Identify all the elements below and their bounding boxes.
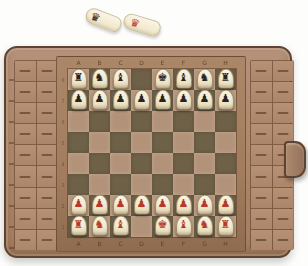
slot-notch — [256, 197, 267, 199]
red-pawn-f2[interactable]: ♟ — [176, 194, 192, 214]
square-f1[interactable]: ♝ — [173, 216, 194, 237]
square-g1[interactable]: ♞ — [194, 216, 215, 237]
storage-slot[interactable] — [251, 188, 272, 208]
square-a7[interactable]: ♟ — [68, 90, 89, 111]
storage-slot[interactable] — [273, 61, 294, 81]
storage-slot[interactable] — [15, 230, 36, 250]
slot-notch — [20, 133, 31, 135]
black-pawn-a7[interactable]: ♟ — [71, 89, 87, 109]
slot-notch — [41, 239, 52, 241]
bishop-icon: ♝ — [116, 219, 126, 230]
pawn-icon: ♟ — [221, 198, 231, 209]
pawn-icon: ♟ — [116, 198, 126, 209]
square-h2[interactable]: ♟ — [215, 195, 236, 216]
black-pawn-g7[interactable]: ♟ — [197, 89, 213, 109]
rank-label-2: 2 — [59, 203, 67, 209]
board-panel: ABCDEFGH 87654321 ♜♞♝♚♝♞♜♟♟♟♟♟♟♟♟♟♟♟♟♟♟♟… — [56, 56, 246, 252]
pawn-icon: ♟ — [158, 198, 168, 209]
storage-slot[interactable] — [15, 209, 36, 229]
red-king-e1[interactable]: ♚ — [155, 215, 171, 235]
square-c1[interactable]: ♝ — [110, 216, 131, 237]
slot-notch — [256, 154, 267, 156]
slot-notch — [41, 218, 52, 220]
rank-label-7: 7 — [59, 98, 67, 104]
storage-slot[interactable] — [273, 82, 294, 102]
square-g5[interactable] — [194, 132, 215, 153]
storage-slot[interactable] — [37, 103, 58, 123]
square-a4[interactable] — [68, 153, 89, 174]
file-label-c: C — [110, 239, 131, 249]
storage-slot[interactable] — [251, 124, 272, 144]
square-c4[interactable] — [110, 153, 131, 174]
slot-notch — [277, 133, 288, 135]
storage-slot[interactable] — [37, 124, 58, 144]
slot-notch — [20, 218, 31, 220]
file-label-d: D — [131, 58, 152, 68]
travel-chess-photo: ♛ ♛ ABCDEFGH 87654321 ♜♞♝♚♝♞♜♟♟♟♟♟♟♟♟♟♟♟… — [0, 0, 308, 266]
black-bishop-c8[interactable]: ♝ — [113, 68, 129, 88]
pawn-icon: ♟ — [74, 198, 84, 209]
square-g7[interactable]: ♟ — [194, 90, 215, 111]
slot-notch — [256, 176, 267, 178]
file-label-a: A — [68, 58, 89, 68]
square-e1[interactable]: ♚ — [152, 216, 173, 237]
square-d5[interactable] — [131, 132, 152, 153]
file-label-a: A — [68, 239, 89, 249]
storage-slot[interactable] — [37, 61, 58, 81]
square-f4[interactable] — [173, 153, 194, 174]
rook-icon: ♜ — [221, 72, 231, 83]
file-label-b: B — [89, 58, 110, 68]
slot-notch — [256, 239, 267, 241]
file-label-g: G — [194, 239, 215, 249]
square-b2[interactable]: ♟ — [89, 195, 110, 216]
pawn-icon: ♟ — [137, 93, 147, 104]
bishop-icon: ♝ — [179, 219, 189, 230]
storage-slot[interactable] — [15, 124, 36, 144]
slot-notch — [20, 154, 31, 156]
black-bishop-f8[interactable]: ♝ — [176, 68, 192, 88]
knight-icon: ♞ — [95, 72, 105, 83]
slot-notch — [256, 70, 267, 72]
off-board-red-queen[interactable]: ♛ — [121, 12, 162, 38]
slot-notch — [20, 70, 31, 72]
slot-notch — [20, 176, 31, 178]
square-b7[interactable]: ♟ — [89, 90, 110, 111]
square-h5[interactable] — [215, 132, 236, 153]
red-pawn-g2[interactable]: ♟ — [197, 194, 213, 214]
black-rook-a8[interactable]: ♜ — [71, 68, 87, 88]
square-d2[interactable]: ♟ — [131, 195, 152, 216]
slot-notch — [277, 91, 288, 93]
pawn-icon: ♟ — [74, 93, 84, 104]
square-e6[interactable] — [152, 111, 173, 132]
red-pawn-b2[interactable]: ♟ — [92, 194, 108, 214]
storage-slot[interactable] — [251, 230, 272, 250]
pawn-icon: ♟ — [95, 93, 105, 104]
pawn-icon: ♟ — [95, 198, 105, 209]
leather-case: ABCDEFGH 87654321 ♜♞♝♚♝♞♜♟♟♟♟♟♟♟♟♟♟♟♟♟♟♟… — [4, 46, 292, 258]
storage-slot[interactable] — [15, 82, 36, 102]
slot-notch — [41, 112, 52, 114]
slot-notch — [277, 239, 288, 241]
square-g8[interactable]: ♞ — [194, 69, 215, 90]
square-d1[interactable] — [131, 216, 152, 237]
square-d8[interactable] — [131, 69, 152, 90]
square-f5[interactable] — [173, 132, 194, 153]
rook-icon: ♜ — [221, 219, 231, 230]
rank-label-6: 6 — [59, 119, 67, 125]
rank-label-3: 3 — [59, 182, 67, 188]
rank-label-1: 1 — [59, 224, 67, 230]
red-pawn-c2[interactable]: ♟ — [113, 194, 129, 214]
square-c8[interactable]: ♝ — [110, 69, 131, 90]
square-c7[interactable]: ♟ — [110, 90, 131, 111]
black-knight-b8[interactable]: ♞ — [92, 68, 108, 88]
storage-slot[interactable] — [273, 188, 294, 208]
slot-notch — [277, 218, 288, 220]
off-board-black-queen[interactable]: ♛ — [83, 6, 123, 34]
bishop-icon: ♝ — [116, 72, 126, 83]
square-f2[interactable]: ♟ — [173, 195, 194, 216]
file-label-e: E — [152, 58, 173, 68]
black-pawn-c7[interactable]: ♟ — [113, 89, 129, 109]
slot-notch — [277, 197, 288, 199]
black-queen-icon: ♛ — [89, 10, 102, 24]
square-e5[interactable] — [152, 132, 173, 153]
file-label-b: B — [89, 239, 110, 249]
pawn-icon: ♟ — [158, 93, 168, 104]
square-a1[interactable]: ♜ — [68, 216, 89, 237]
storage-slot[interactable] — [15, 103, 36, 123]
file-labels-top: ABCDEFGH — [68, 58, 236, 68]
black-rook-h8[interactable]: ♜ — [218, 68, 234, 88]
red-knight-g1[interactable]: ♞ — [197, 215, 213, 235]
square-c2[interactable]: ♟ — [110, 195, 131, 216]
square-a5[interactable] — [68, 132, 89, 153]
square-c5[interactable] — [110, 132, 131, 153]
storage-slot[interactable] — [37, 145, 58, 165]
rook-icon: ♜ — [74, 219, 84, 230]
storage-slot[interactable] — [37, 188, 58, 208]
square-b5[interactable] — [89, 132, 110, 153]
square-e2[interactable]: ♟ — [152, 195, 173, 216]
storage-slot[interactable] — [273, 103, 294, 123]
pawn-icon: ♟ — [200, 93, 210, 104]
slot-notch — [277, 112, 288, 114]
black-knight-g8[interactable]: ♞ — [197, 68, 213, 88]
square-a3[interactable] — [68, 174, 89, 195]
storage-slot[interactable] — [37, 82, 58, 102]
square-c6[interactable] — [110, 111, 131, 132]
king-icon: ♚ — [158, 72, 168, 83]
square-g2[interactable]: ♟ — [194, 195, 215, 216]
file-label-h: H — [215, 239, 236, 249]
square-e7[interactable]: ♟ — [152, 90, 173, 111]
square-f8[interactable]: ♝ — [173, 69, 194, 90]
slot-notch — [256, 91, 267, 93]
slot-notch — [256, 133, 267, 135]
rank-label-4: 4 — [59, 161, 67, 167]
rank-label-5: 5 — [59, 140, 67, 146]
storage-slot[interactable] — [251, 145, 272, 165]
square-b1[interactable]: ♞ — [89, 216, 110, 237]
left-piece-storage-grid — [14, 60, 58, 250]
square-d4[interactable] — [131, 153, 152, 174]
file-label-c: C — [110, 58, 131, 68]
black-pawn-f7[interactable]: ♟ — [176, 89, 192, 109]
red-pawn-d2[interactable]: ♟ — [134, 194, 150, 214]
square-b6[interactable] — [89, 111, 110, 132]
file-label-d: D — [131, 239, 152, 249]
square-g4[interactable] — [194, 153, 215, 174]
square-e8[interactable]: ♚ — [152, 69, 173, 90]
square-d3[interactable] — [131, 174, 152, 195]
slot-notch — [41, 154, 52, 156]
black-pawn-h7[interactable]: ♟ — [218, 89, 234, 109]
file-labels-bottom: ABCDEFGH — [68, 239, 236, 249]
slot-notch — [41, 176, 52, 178]
square-h8[interactable]: ♜ — [215, 69, 236, 90]
rank-labels-left: 87654321 — [59, 69, 67, 237]
black-pawn-d7[interactable]: ♟ — [134, 89, 150, 109]
red-rook-h1[interactable]: ♜ — [218, 215, 234, 235]
square-g3[interactable] — [194, 174, 215, 195]
storage-slot[interactable] — [273, 209, 294, 229]
square-g6[interactable] — [194, 111, 215, 132]
red-pawn-e2[interactable]: ♟ — [155, 194, 171, 214]
storage-slot[interactable] — [251, 209, 272, 229]
square-f7[interactable]: ♟ — [173, 90, 194, 111]
storage-slot[interactable] — [15, 145, 36, 165]
red-pawn-a2[interactable]: ♟ — [71, 194, 87, 214]
pawn-icon: ♟ — [116, 93, 126, 104]
storage-slot[interactable] — [251, 61, 272, 81]
slot-notch — [41, 91, 52, 93]
square-a2[interactable]: ♟ — [68, 195, 89, 216]
slot-notch — [20, 112, 31, 114]
file-label-h: H — [215, 58, 236, 68]
slot-notch — [41, 70, 52, 72]
storage-slot[interactable] — [251, 166, 272, 186]
red-rook-a1[interactable]: ♜ — [71, 215, 87, 235]
square-e3[interactable] — [152, 174, 173, 195]
bishop-icon: ♝ — [179, 72, 189, 83]
file-label-g: G — [194, 58, 215, 68]
storage-slot[interactable] — [15, 61, 36, 81]
square-h3[interactable] — [215, 174, 236, 195]
file-label-e: E — [152, 239, 173, 249]
storage-slot[interactable] — [273, 230, 294, 250]
square-c3[interactable] — [110, 174, 131, 195]
pawn-icon: ♟ — [200, 198, 210, 209]
square-e4[interactable] — [152, 153, 173, 174]
storage-slot[interactable] — [15, 188, 36, 208]
slot-notch — [20, 197, 31, 199]
pawn-icon: ♟ — [137, 198, 147, 209]
red-queen-icon: ♛ — [129, 16, 142, 29]
square-a8[interactable]: ♜ — [68, 69, 89, 90]
storage-slot[interactable] — [37, 209, 58, 229]
slot-notch — [256, 112, 267, 114]
rank-label-8: 8 — [59, 77, 67, 83]
pawn-icon: ♟ — [179, 198, 189, 209]
slot-notch — [41, 197, 52, 199]
black-pawn-b7[interactable]: ♟ — [92, 89, 108, 109]
square-h6[interactable] — [215, 111, 236, 132]
storage-slot[interactable] — [37, 166, 58, 186]
knight-icon: ♞ — [200, 72, 210, 83]
knight-icon: ♞ — [95, 219, 105, 230]
red-bishop-f1[interactable]: ♝ — [176, 215, 192, 235]
pawn-icon: ♟ — [179, 93, 189, 104]
rook-icon: ♜ — [74, 72, 84, 83]
black-king-e8[interactable]: ♚ — [155, 68, 171, 88]
square-h7[interactable]: ♟ — [215, 90, 236, 111]
square-b8[interactable]: ♞ — [89, 69, 110, 90]
file-label-f: F — [173, 58, 194, 68]
square-b4[interactable] — [89, 153, 110, 174]
slot-notch — [277, 70, 288, 72]
case-clasp[interactable] — [284, 141, 306, 178]
slot-notch — [20, 239, 31, 241]
king-icon: ♚ — [158, 219, 168, 230]
storage-slot[interactable] — [251, 82, 272, 102]
storage-slot[interactable] — [251, 103, 272, 123]
slot-notch — [41, 133, 52, 135]
square-h4[interactable] — [215, 153, 236, 174]
square-f6[interactable] — [173, 111, 194, 132]
slot-notch — [256, 218, 267, 220]
square-d7[interactable]: ♟ — [131, 90, 152, 111]
file-label-f: F — [173, 239, 194, 249]
square-d6[interactable] — [131, 111, 152, 132]
black-pawn-e7[interactable]: ♟ — [155, 89, 171, 109]
slot-notch — [20, 91, 31, 93]
chess-board: ♜♞♝♚♝♞♜♟♟♟♟♟♟♟♟♟♟♟♟♟♟♟♟♜♞♝♚♝♞♜ — [68, 69, 236, 237]
square-a6[interactable] — [68, 111, 89, 132]
storage-slot[interactable] — [15, 166, 36, 186]
pawn-icon: ♟ — [221, 93, 231, 104]
square-h1[interactable]: ♜ — [215, 216, 236, 237]
red-bishop-c1[interactable]: ♝ — [113, 215, 129, 235]
red-pawn-h2[interactable]: ♟ — [218, 194, 234, 214]
storage-slot[interactable] — [37, 230, 58, 250]
square-b3[interactable] — [89, 174, 110, 195]
knight-icon: ♞ — [200, 219, 210, 230]
red-knight-b1[interactable]: ♞ — [92, 215, 108, 235]
square-f3[interactable] — [173, 174, 194, 195]
